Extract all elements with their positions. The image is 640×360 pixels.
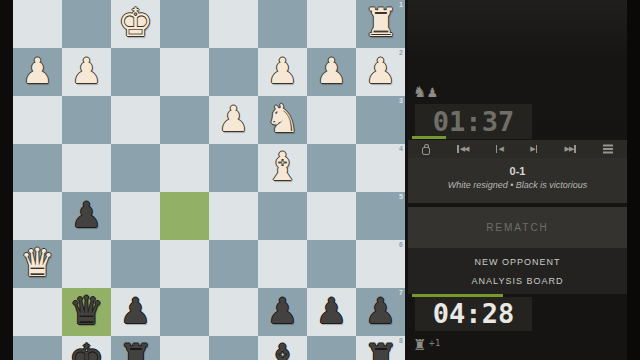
rank-label-5: 5	[399, 193, 403, 200]
square-d2[interactable]	[209, 48, 258, 96]
square-b3[interactable]	[307, 96, 356, 144]
square-a3[interactable]: 3	[356, 96, 405, 144]
black-bishop[interactable]: ♝	[258, 336, 307, 360]
square-e5[interactable]	[160, 192, 209, 240]
square-d8[interactable]	[209, 336, 258, 360]
square-e6[interactable]	[160, 240, 209, 288]
square-b4[interactable]	[307, 144, 356, 192]
white-knight[interactable]: ♞	[258, 96, 307, 144]
square-g6[interactable]	[62, 240, 111, 288]
square-c7[interactable]: ♟	[258, 288, 307, 336]
square-h8[interactable]	[13, 336, 62, 360]
post-game-links: NEW OPPONENT ANALYSIS BOARD	[408, 248, 627, 294]
square-d3[interactable]: ♟	[209, 96, 258, 144]
square-f4[interactable]	[111, 144, 160, 192]
game-nav-toolbar: ◀◀◀▶▶▶	[408, 140, 627, 158]
square-e1[interactable]	[160, 0, 209, 48]
square-b7[interactable]: ♟	[307, 288, 356, 336]
rank-label-4: 4	[399, 145, 403, 152]
right-letterbox	[627, 0, 640, 360]
captured-rook-icon: ♜	[413, 336, 426, 354]
square-b1[interactable]	[307, 0, 356, 48]
white-time-bar	[412, 136, 446, 139]
square-f1[interactable]: ♚	[111, 0, 160, 48]
white-king[interactable]: ♚	[111, 0, 160, 48]
rank-label-7: 7	[399, 289, 403, 296]
black-pawn[interactable]: ♟	[258, 288, 307, 336]
black-pawn[interactable]: ♟	[111, 288, 160, 336]
square-f5[interactable]	[111, 192, 160, 240]
result-box: 0-1 White resigned • Black is victorious	[408, 158, 627, 203]
black-pawn[interactable]: ♟	[356, 288, 405, 336]
square-c6[interactable]	[258, 240, 307, 288]
square-e7[interactable]	[160, 288, 209, 336]
square-c3[interactable]: ♞	[258, 96, 307, 144]
white-queen[interactable]: ♛	[13, 240, 62, 288]
result-score: 0-1	[408, 165, 627, 177]
skip-first-icon[interactable]: ◀◀	[457, 144, 468, 154]
square-c5[interactable]	[258, 192, 307, 240]
white-captured-tray: ♞♟	[413, 82, 438, 100]
black-rook[interactable]: ♜	[111, 336, 160, 360]
step-back-icon[interactable]: ◀	[496, 144, 503, 154]
white-clock: 01:37	[415, 104, 532, 139]
square-d4[interactable]	[209, 144, 258, 192]
result-verdict: White resigned • Black is victorious	[408, 180, 627, 190]
step-forward-icon[interactable]: ▶	[530, 144, 537, 154]
square-f6[interactable]	[111, 240, 160, 288]
side-panel: ♞♟ 01:37 ◀◀◀▶▶▶ 0-1 White resigned • Bla…	[408, 0, 627, 360]
black-queen[interactable]: ♛	[62, 288, 111, 336]
menu-icon[interactable]	[603, 144, 613, 154]
rank-label-6: 6	[399, 241, 403, 248]
black-captured-tray: ♜+1	[413, 335, 440, 353]
square-h3[interactable]	[13, 96, 62, 144]
rank-label-2: 2	[399, 49, 403, 56]
square-c1[interactable]	[258, 0, 307, 48]
game-screen: ♚♜1♟♟♟♟♟2♟♞3♝4♟5♛6♛♟♟♟♟7♚♜♝♜8 ♞♟ 01:37 ◀…	[0, 0, 640, 360]
white-bishop[interactable]: ♝	[258, 144, 307, 192]
square-d5[interactable]	[209, 192, 258, 240]
black-clock: 04:28	[415, 297, 532, 331]
square-e8[interactable]	[160, 336, 209, 360]
white-pawn[interactable]: ♟	[209, 96, 258, 144]
square-f3[interactable]	[111, 96, 160, 144]
left-letterbox	[0, 0, 13, 360]
rematch-button[interactable]: REMATCH	[408, 207, 627, 248]
analysis-flask-icon[interactable]	[422, 144, 430, 154]
black-rook[interactable]: ♜	[356, 336, 405, 360]
rank-label-1: 1	[399, 1, 403, 8]
square-a1[interactable]: ♜1	[356, 0, 405, 48]
square-h2[interactable]: ♟	[13, 48, 62, 96]
square-e2[interactable]	[160, 48, 209, 96]
white-pawn[interactable]: ♟	[62, 48, 111, 96]
white-rook[interactable]: ♜	[356, 0, 405, 48]
skip-last-icon[interactable]: ▶▶	[565, 144, 576, 154]
material-advantage: +1	[428, 339, 440, 348]
square-d1[interactable]	[209, 0, 258, 48]
square-f8[interactable]: ♜	[111, 336, 160, 360]
square-g2[interactable]: ♟	[62, 48, 111, 96]
square-g4[interactable]	[62, 144, 111, 192]
square-c8[interactable]: ♝	[258, 336, 307, 360]
square-a7[interactable]: ♟7	[356, 288, 405, 336]
square-g8[interactable]: ♚	[62, 336, 111, 360]
chess-board-container: ♚♜1♟♟♟♟♟2♟♞3♝4♟5♛6♛♟♟♟♟7♚♜♝♜8	[13, 0, 405, 360]
chess-board: ♚♜1♟♟♟♟♟2♟♞3♝4♟5♛6♛♟♟♟♟7♚♜♝♜8	[13, 0, 405, 360]
black-pawn[interactable]: ♟	[307, 288, 356, 336]
square-a2[interactable]: ♟2	[356, 48, 405, 96]
analysis-board-button[interactable]: ANALYSIS BOARD	[472, 276, 564, 286]
captured-knight-icon: ♞	[413, 83, 426, 101]
square-f2[interactable]	[111, 48, 160, 96]
square-b8[interactable]	[307, 336, 356, 360]
square-g5[interactable]: ♟	[62, 192, 111, 240]
square-c2[interactable]: ♟	[258, 48, 307, 96]
square-e3[interactable]	[160, 96, 209, 144]
square-a8[interactable]: ♜8	[356, 336, 405, 360]
square-a4[interactable]: 4	[356, 144, 405, 192]
white-pawn[interactable]: ♟	[356, 48, 405, 96]
square-h5[interactable]	[13, 192, 62, 240]
square-f7[interactable]: ♟	[111, 288, 160, 336]
square-h7[interactable]	[13, 288, 62, 336]
square-h6[interactable]: ♛	[13, 240, 62, 288]
square-c4[interactable]: ♝	[258, 144, 307, 192]
rank-label-3: 3	[399, 97, 403, 104]
square-e4[interactable]	[160, 144, 209, 192]
white-pawn[interactable]: ♟	[13, 48, 62, 96]
square-g1[interactable]	[62, 0, 111, 48]
square-h1[interactable]	[13, 0, 62, 48]
square-a5[interactable]: 5	[356, 192, 405, 240]
white-pawn[interactable]: ♟	[258, 48, 307, 96]
square-a6[interactable]: 6	[356, 240, 405, 288]
black-pawn[interactable]: ♟	[62, 192, 111, 240]
new-opponent-button[interactable]: NEW OPPONENT	[474, 257, 560, 267]
square-b6[interactable]	[307, 240, 356, 288]
square-b2[interactable]: ♟	[307, 48, 356, 96]
square-b5[interactable]	[307, 192, 356, 240]
square-h4[interactable]	[13, 144, 62, 192]
square-d6[interactable]	[209, 240, 258, 288]
captured-pawn-icon: ♟	[426, 85, 438, 100]
square-g7[interactable]: ♛	[62, 288, 111, 336]
square-d7[interactable]	[209, 288, 258, 336]
white-pawn[interactable]: ♟	[307, 48, 356, 96]
square-g3[interactable]	[62, 96, 111, 144]
rank-label-8: 8	[399, 337, 403, 344]
black-king[interactable]: ♚	[62, 336, 111, 360]
